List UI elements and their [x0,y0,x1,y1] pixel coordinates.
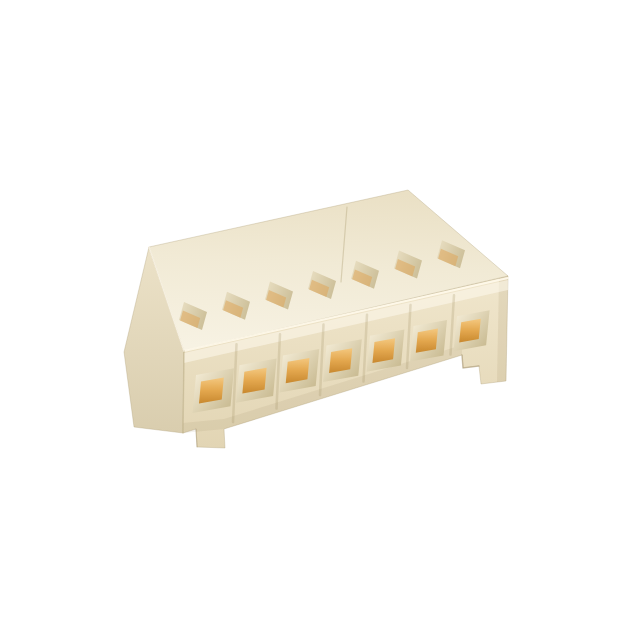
pin-cavity-7-interior [459,319,481,343]
pin-cavity-4-interior [329,348,352,373]
pin-cavity-2-interior [242,368,266,394]
product-photo-stage [0,0,640,640]
pin-cavity-1-interior [199,377,224,403]
pin-cavity-3-interior [286,358,310,383]
pin-cavity-6-interior [416,329,438,353]
connector-housing-photo [0,0,640,640]
pin-cavity-5-interior [372,338,395,363]
front-left-corner-edge [183,351,184,433]
